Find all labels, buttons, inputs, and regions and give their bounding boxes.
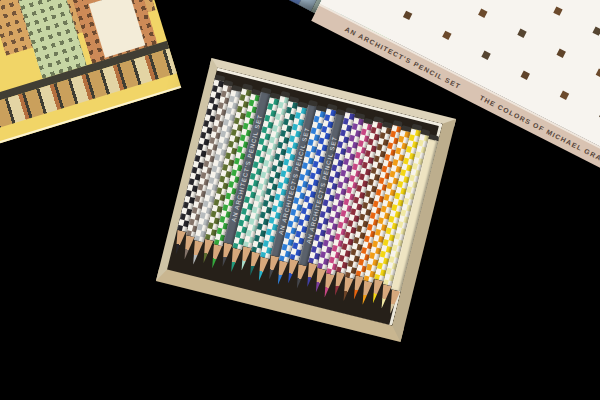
lid-grid-square: [553, 6, 562, 15]
lid-grid-square: [592, 26, 600, 35]
lid-grid-square: [517, 29, 526, 38]
lid-grid-square: [560, 91, 569, 100]
lid-grid-square: [521, 71, 530, 80]
lid-grid-square: [403, 11, 412, 20]
postcard-pilasters: [0, 49, 177, 147]
lid-grid-square: [478, 9, 487, 18]
photo-stage: AN ARCHITECT'S PENCIL SET THE COLORS OF …: [0, 0, 600, 400]
pencil-tray: AN ARCHITECT'S PENCIL SETAN ARCHITECT'S …: [156, 58, 456, 342]
lid-grid-square: [556, 48, 565, 57]
pencil-row: AN ARCHITECT'S PENCIL SETAN ARCHITECT'S …: [167, 68, 442, 326]
lid-grid-square: [481, 51, 490, 60]
lid-grid-square: [596, 68, 600, 77]
architecture-postcard: [0, 0, 181, 161]
lid-grid-square: [442, 31, 451, 40]
